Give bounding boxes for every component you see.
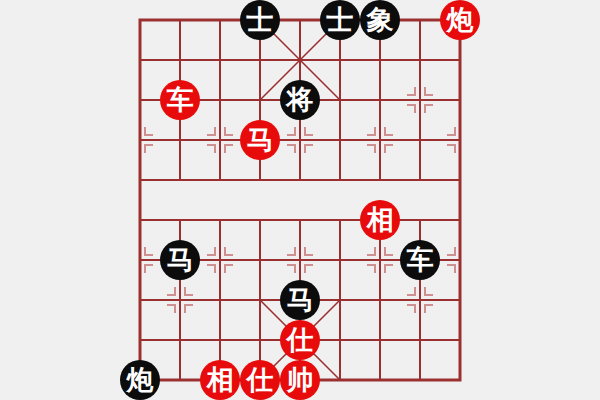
piece-black-cannon[interactable]: 炮 — [120, 360, 160, 400]
piece-red-elephant[interactable]: 相 — [200, 360, 240, 400]
piece-red-advisor[interactable]: 仕 — [240, 360, 280, 400]
piece-red-horse[interactable]: 马 — [240, 120, 280, 160]
piece-black-horse[interactable]: 马 — [280, 280, 320, 320]
piece-black-advisor[interactable]: 士 — [320, 0, 360, 40]
piece-black-horse[interactable]: 马 — [160, 240, 200, 280]
piece-red-cannon[interactable]: 炮 — [440, 0, 480, 40]
board-grid[interactable]: 士士象炮车将马相马车马仕炮相仕帅 — [120, 0, 480, 400]
piece-red-elephant[interactable]: 相 — [360, 200, 400, 240]
piece-black-chariot[interactable]: 车 — [400, 240, 440, 280]
piece-red-advisor[interactable]: 仕 — [280, 320, 320, 360]
piece-black-elephant[interactable]: 象 — [360, 0, 400, 40]
piece-black-advisor[interactable]: 士 — [240, 0, 280, 40]
piece-red-chariot[interactable]: 车 — [160, 80, 200, 120]
piece-red-general[interactable]: 帅 — [280, 360, 320, 400]
xiangqi-app: 士士象炮车将马相马车马仕炮相仕帅 — [0, 0, 600, 400]
piece-black-general[interactable]: 将 — [280, 80, 320, 120]
